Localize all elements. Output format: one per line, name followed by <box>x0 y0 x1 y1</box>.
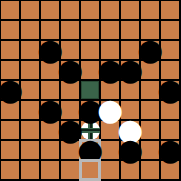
cell-r1c6[interactable] <box>121 21 139 39</box>
cell-r3c8[interactable] <box>161 61 179 79</box>
cell-r2c5[interactable] <box>101 41 119 59</box>
cell-r0c6[interactable] <box>121 1 139 19</box>
cell-r5c3[interactable] <box>61 101 79 119</box>
cell-r8c0[interactable] <box>1 161 19 179</box>
cell-r2c1[interactable] <box>21 41 39 59</box>
black-stone: ● <box>37 41 63 59</box>
cell-r2c8[interactable] <box>161 41 179 59</box>
cell-r8c5[interactable] <box>101 161 119 179</box>
black-stone: ● <box>117 141 143 159</box>
cell-r3c0[interactable] <box>1 61 19 79</box>
cell-r4c3[interactable] <box>61 81 79 99</box>
cell-r2c0[interactable] <box>1 41 19 59</box>
cell-r5c0[interactable] <box>1 101 19 119</box>
cell-r6c0[interactable] <box>1 121 19 139</box>
cell-r7c3[interactable] <box>61 141 79 159</box>
cell-r8c8[interactable] <box>161 161 179 179</box>
cell-r8c2[interactable] <box>41 161 59 179</box>
cell-r4c4-goal-square[interactable] <box>81 81 99 99</box>
cell-r4c7[interactable] <box>141 81 159 99</box>
cell-r0c7[interactable] <box>141 1 159 19</box>
white-stone: ● <box>117 121 143 139</box>
cell-r5c4[interactable]: ● <box>81 101 99 119</box>
cell-r7c4-highlighted[interactable]: ● <box>81 141 99 159</box>
cell-r4c8[interactable]: ● <box>161 81 179 99</box>
cell-r3c1[interactable] <box>21 61 39 79</box>
cell-r5c1[interactable] <box>21 101 39 119</box>
cell-r3c2[interactable] <box>41 61 59 79</box>
cell-r3c6[interactable]: ● <box>121 61 139 79</box>
black-stone: ● <box>137 41 163 59</box>
cell-r6c4[interactable] <box>81 121 99 139</box>
cell-r7c1[interactable] <box>21 141 39 159</box>
cell-r3c7[interactable] <box>141 61 159 79</box>
white-stone: ● <box>97 101 123 119</box>
cell-r5c7[interactable] <box>141 101 159 119</box>
cell-r1c2[interactable] <box>41 21 59 39</box>
cell-r1c3[interactable] <box>61 21 79 39</box>
cell-r4c6[interactable] <box>121 81 139 99</box>
cell-r6c7[interactable] <box>141 121 159 139</box>
cell-r1c7[interactable] <box>141 21 159 39</box>
cell-r8c1[interactable] <box>21 161 39 179</box>
cell-r0c4[interactable] <box>81 1 99 19</box>
cell-r6c8[interactable] <box>161 121 179 139</box>
black-stone: ● <box>57 61 83 79</box>
cell-r0c3[interactable] <box>61 1 79 19</box>
cell-r3c3[interactable]: ● <box>61 61 79 79</box>
cell-r6c3[interactable]: ● <box>61 121 79 139</box>
cell-r8c7[interactable] <box>141 161 159 179</box>
cell-r4c0[interactable]: ● <box>1 81 19 99</box>
cell-r0c1[interactable] <box>21 1 39 19</box>
cell-r7c5[interactable] <box>101 141 119 159</box>
cell-r1c8[interactable] <box>161 21 179 39</box>
cell-r4c1[interactable] <box>21 81 39 99</box>
board: ●●●●●●●●●●●●●●● <box>0 0 181 181</box>
cell-r2c3[interactable] <box>61 41 79 59</box>
cell-r5c2[interactable]: ● <box>41 101 59 119</box>
cell-r7c6[interactable]: ● <box>121 141 139 159</box>
cell-r1c1[interactable] <box>21 21 39 39</box>
cell-r6c5[interactable] <box>101 121 119 139</box>
cross-marker-horizontal-bar <box>80 128 100 133</box>
cell-r2c7[interactable]: ● <box>141 41 159 59</box>
black-stone: ● <box>0 81 23 99</box>
black-stone: ● <box>97 61 123 79</box>
cell-r6c1[interactable] <box>21 121 39 139</box>
cell-r8c4-highlighted[interactable] <box>81 161 99 179</box>
cell-r5c8[interactable] <box>161 101 179 119</box>
cell-r4c5[interactable] <box>101 81 119 99</box>
cell-r0c5[interactable] <box>101 1 119 19</box>
cell-r6c2[interactable] <box>41 121 59 139</box>
cell-r0c2[interactable] <box>41 1 59 19</box>
cell-r7c0[interactable] <box>1 141 19 159</box>
cell-r2c2[interactable]: ● <box>41 41 59 59</box>
black-stone: ● <box>157 81 181 99</box>
cell-r6c6[interactable]: ● <box>121 121 139 139</box>
cell-r2c6[interactable] <box>121 41 139 59</box>
cell-r7c8[interactable]: ● <box>161 141 179 159</box>
cell-r1c4[interactable] <box>81 21 99 39</box>
cell-r3c5[interactable]: ● <box>101 61 119 79</box>
black-stone: ● <box>117 61 143 79</box>
cell-r7c7[interactable] <box>141 141 159 159</box>
black-stone: ● <box>77 101 103 119</box>
cell-r5c6[interactable] <box>121 101 139 119</box>
cell-r4c2[interactable] <box>41 81 59 99</box>
black-stone: ● <box>37 101 63 119</box>
cell-r1c0[interactable] <box>1 21 19 39</box>
cell-r7c2[interactable] <box>41 141 59 159</box>
cell-r1c5[interactable] <box>101 21 119 39</box>
cell-r8c6[interactable] <box>121 161 139 179</box>
cell-r5c5[interactable]: ● <box>101 101 119 119</box>
cell-r2c4[interactable] <box>81 41 99 59</box>
black-stone: ● <box>77 141 103 159</box>
cell-r8c3[interactable] <box>61 161 79 179</box>
cell-r0c8[interactable] <box>161 1 179 19</box>
cell-r0c0[interactable] <box>1 1 19 19</box>
cell-r3c4[interactable] <box>81 61 99 79</box>
black-stone: ● <box>157 141 181 159</box>
